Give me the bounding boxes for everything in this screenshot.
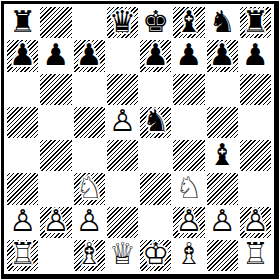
- square-f5: [172, 106, 205, 139]
- black-pawn-piece: ♟♟: [139, 39, 172, 72]
- square-a8: ♜♜: [6, 6, 39, 39]
- white-pawn-glyph: ♙: [109, 106, 136, 136]
- black-rook-piece: ♜♜: [6, 6, 39, 39]
- square-d3: [106, 172, 139, 205]
- black-pawn-piece: ♟♟: [6, 39, 39, 72]
- square-c7: ♟♟: [73, 39, 106, 72]
- black-rook-piece: ♜♜: [239, 6, 272, 39]
- black-knight-piece: ♞♞: [139, 106, 172, 139]
- square-h8: ♜♜: [239, 6, 272, 39]
- white-bishop-glyph: ♗: [76, 239, 103, 269]
- black-pawn-piece: ♟♟: [239, 39, 272, 72]
- square-e1: ♚♔: [139, 239, 172, 272]
- square-a7: ♟♟: [6, 39, 39, 72]
- square-b4: [39, 139, 72, 172]
- square-d7: [106, 39, 139, 72]
- white-rook-glyph: ♖: [242, 239, 269, 269]
- black-queen-piece: ♛♛: [106, 6, 139, 39]
- white-pawn-piece: ♟♙: [39, 206, 72, 239]
- square-h5: [239, 106, 272, 139]
- square-b7: ♟♟: [39, 39, 72, 72]
- square-g8: ♞♞: [206, 6, 239, 39]
- white-pawn-piece: ♟♙: [6, 206, 39, 239]
- square-g3: [206, 172, 239, 205]
- black-knight-glyph: ♞: [142, 106, 169, 136]
- square-g7: ♟♟: [206, 39, 239, 72]
- white-pawn-glyph: ♙: [9, 206, 36, 236]
- square-d8: ♛♛: [106, 6, 139, 39]
- white-pawn-glyph: ♙: [76, 206, 103, 236]
- black-king-piece: ♚♚: [139, 6, 172, 39]
- square-g6: [206, 73, 239, 106]
- black-pawn-glyph: ♟: [242, 40, 269, 70]
- square-c2: ♟♙: [73, 206, 106, 239]
- white-knight-piece: ♞♘: [73, 172, 106, 205]
- white-pawn-piece: ♟♙: [206, 206, 239, 239]
- square-f6: [172, 73, 205, 106]
- square-b1: [39, 239, 72, 272]
- square-f3: ♞♘: [172, 172, 205, 205]
- square-b8: [39, 6, 72, 39]
- white-pawn-piece: ♟♙: [239, 206, 272, 239]
- black-bishop-piece: ♝♝: [172, 6, 205, 39]
- white-rook-glyph: ♖: [9, 239, 36, 269]
- square-e5: ♞♞: [139, 106, 172, 139]
- square-e8: ♚♚: [139, 6, 172, 39]
- black-pawn-piece: ♟♟: [73, 39, 106, 72]
- black-pawn-glyph: ♟: [76, 40, 103, 70]
- white-knight-piece: ♞♘: [172, 172, 205, 205]
- square-a1: ♜♖: [6, 239, 39, 272]
- white-bishop-glyph: ♗: [175, 239, 202, 269]
- square-h7: ♟♟: [239, 39, 272, 72]
- white-pawn-glyph: ♙: [42, 206, 69, 236]
- square-b6: [39, 73, 72, 106]
- square-h4: [239, 139, 272, 172]
- square-b5: [39, 106, 72, 139]
- square-c6: [73, 73, 106, 106]
- white-pawn-glyph: ♙: [175, 206, 202, 236]
- black-bishop-glyph: ♝: [209, 140, 236, 170]
- square-a2: ♟♙: [6, 206, 39, 239]
- white-knight-glyph: ♘: [175, 173, 202, 203]
- black-bishop-piece: ♝♝: [206, 139, 239, 172]
- black-king-glyph: ♚: [142, 7, 169, 37]
- black-rook-glyph: ♜: [242, 7, 269, 37]
- black-pawn-glyph: ♟: [209, 40, 236, 70]
- black-queen-glyph: ♛: [109, 7, 136, 37]
- square-c5: [73, 106, 106, 139]
- black-pawn-piece: ♟♟: [39, 39, 72, 72]
- black-bishop-glyph: ♝: [175, 7, 202, 37]
- square-e7: ♟♟: [139, 39, 172, 72]
- black-pawn-glyph: ♟: [42, 40, 69, 70]
- square-a5: [6, 106, 39, 139]
- chess-diagram-page: ♜♜♛♛♚♚♝♝♞♞♜♜♟♟♟♟♟♟♟♟♟♟♟♟♟♟♟♙♞♞♝♝♞♘♞♘♟♙♟♙…: [0, 0, 280, 280]
- black-knight-piece: ♞♞: [206, 6, 239, 39]
- square-f1: ♝♗: [172, 239, 205, 272]
- white-queen-piece: ♛♕: [106, 239, 139, 272]
- square-a3: [6, 172, 39, 205]
- square-b2: ♟♙: [39, 206, 72, 239]
- black-pawn-piece: ♟♟: [206, 39, 239, 72]
- white-queen-glyph: ♕: [109, 239, 136, 269]
- white-knight-glyph: ♘: [76, 173, 103, 203]
- white-bishop-piece: ♝♗: [172, 239, 205, 272]
- square-g5: [206, 106, 239, 139]
- white-king-piece: ♚♔: [139, 239, 172, 272]
- square-e6: [139, 73, 172, 106]
- square-g1: [206, 239, 239, 272]
- square-d5: ♟♙: [106, 106, 139, 139]
- square-e4: [139, 139, 172, 172]
- white-pawn-piece: ♟♙: [106, 106, 139, 139]
- square-f2: ♟♙: [172, 206, 205, 239]
- square-f8: ♝♝: [172, 6, 205, 39]
- black-pawn-glyph: ♟: [142, 40, 169, 70]
- square-a4: [6, 139, 39, 172]
- square-c1: ♝♗: [73, 239, 106, 272]
- square-a6: [6, 73, 39, 106]
- white-king-glyph: ♔: [142, 239, 169, 269]
- black-rook-glyph: ♜: [9, 7, 36, 37]
- square-d6: [106, 73, 139, 106]
- square-e2: [139, 206, 172, 239]
- white-pawn-piece: ♟♙: [73, 206, 106, 239]
- square-c3: ♞♘: [73, 172, 106, 205]
- square-c4: [73, 139, 106, 172]
- square-e3: [139, 172, 172, 205]
- white-pawn-glyph: ♙: [242, 206, 269, 236]
- square-f4: [172, 139, 205, 172]
- square-h1: ♜♖: [239, 239, 272, 272]
- chessboard: ♜♜♛♛♚♚♝♝♞♞♜♜♟♟♟♟♟♟♟♟♟♟♟♟♟♟♟♙♞♞♝♝♞♘♞♘♟♙♟♙…: [6, 6, 272, 272]
- square-h2: ♟♙: [239, 206, 272, 239]
- square-g4: ♝♝: [206, 139, 239, 172]
- board-frame: ♜♜♛♛♚♚♝♝♞♞♜♜♟♟♟♟♟♟♟♟♟♟♟♟♟♟♟♙♞♞♝♝♞♘♞♘♟♙♟♙…: [1, 1, 279, 279]
- white-rook-piece: ♜♖: [6, 239, 39, 272]
- square-c8: [73, 6, 106, 39]
- square-d2: [106, 206, 139, 239]
- square-d1: ♛♕: [106, 239, 139, 272]
- square-h6: [239, 73, 272, 106]
- square-d4: [106, 139, 139, 172]
- white-pawn-piece: ♟♙: [172, 206, 205, 239]
- square-b3: [39, 172, 72, 205]
- square-h3: [239, 172, 272, 205]
- square-g2: ♟♙: [206, 206, 239, 239]
- black-pawn-piece: ♟♟: [172, 39, 205, 72]
- black-pawn-glyph: ♟: [9, 40, 36, 70]
- white-pawn-glyph: ♙: [209, 206, 236, 236]
- white-bishop-piece: ♝♗: [73, 239, 106, 272]
- black-knight-glyph: ♞: [209, 7, 236, 37]
- black-pawn-glyph: ♟: [175, 40, 202, 70]
- white-rook-piece: ♜♖: [239, 239, 272, 272]
- square-f7: ♟♟: [172, 39, 205, 72]
